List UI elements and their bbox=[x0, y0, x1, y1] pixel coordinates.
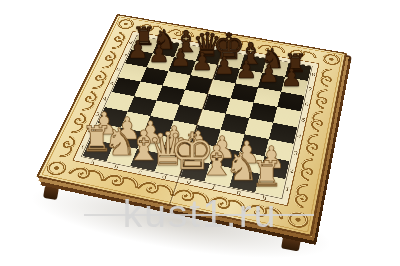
piece-black-pawn[interactable]: ♟ bbox=[236, 58, 258, 82]
watermark: kust1.ru bbox=[89, 192, 311, 236]
piece-black-pawn[interactable]: ♟ bbox=[148, 43, 170, 67]
photo-canvas: abcdefgh8877665544332211 ♜♞♝♛♚♝♞♜♟♟♟♟♟♟♟… bbox=[0, 0, 400, 266]
piece-black-pawn[interactable]: ♟ bbox=[191, 51, 213, 75]
piece-black-pawn[interactable]: ♟ bbox=[213, 54, 235, 78]
piece-white-rook[interactable]: ♜ bbox=[251, 156, 283, 191]
piece-black-pawn[interactable]: ♟ bbox=[258, 63, 280, 87]
piece-black-pawn[interactable]: ♟ bbox=[127, 39, 149, 63]
piece-black-pawn[interactable]: ♟ bbox=[170, 47, 192, 71]
piece-black-pawn[interactable]: ♟ bbox=[281, 67, 303, 91]
